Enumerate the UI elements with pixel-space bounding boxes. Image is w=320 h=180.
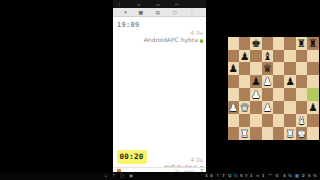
tray-icon[interactable]: ™ <box>268 174 272 178</box>
black-pawn: ♟ <box>250 75 261 88</box>
overflow-dots-icon: ⋮ <box>117 2 122 7</box>
square-a5[interactable] <box>228 75 239 88</box>
video-frame: ⋮▱▭↩ ▾■▤○⋮ 19:09 4 0s AndroidAPC hybra ♚… <box>0 0 320 180</box>
online-dot-icon <box>200 39 204 43</box>
square-c7[interactable] <box>250 50 261 63</box>
square-e6[interactable] <box>273 62 284 75</box>
square-g7[interactable] <box>296 50 307 63</box>
square-h6[interactable] <box>307 62 318 75</box>
chess-board[interactable]: ♚♜♜♟♝♟♛♟♟♟♟♟♛♟♟♝♜♜♚ <box>228 37 319 140</box>
taskbar-left-icons: ↓↑▢▣ <box>104 173 134 179</box>
back-arrow-icon: ↩ <box>175 2 179 7</box>
taskbar-glyph-icon: ▢ <box>120 174 124 178</box>
square-c1[interactable] <box>250 127 261 140</box>
square-f4[interactable] <box>284 88 295 101</box>
square-a6[interactable]: ♟ <box>228 62 239 75</box>
black-pawn: ♟ <box>284 75 295 88</box>
square-f6[interactable] <box>284 62 295 75</box>
square-a1[interactable] <box>228 127 239 140</box>
square-h3[interactable]: ♟ <box>307 101 318 114</box>
square-c2[interactable] <box>250 114 261 127</box>
white-queen: ♛ <box>239 101 250 114</box>
android-status-bar: ⋮▱▭↩ <box>113 0 206 8</box>
square-g6[interactable] <box>296 62 307 75</box>
tray-icon[interactable]: 7 <box>222 174 225 178</box>
square-c4[interactable]: ♟ <box>250 88 261 101</box>
square-g5[interactable] <box>296 75 307 88</box>
square-f1[interactable]: ♜ <box>284 127 295 140</box>
white-king: ♚ <box>296 127 307 140</box>
white-pawn: ♟ <box>262 101 273 114</box>
tray-icon[interactable]: © <box>275 174 279 178</box>
white-pawn: ♟ <box>228 101 239 114</box>
square-a2[interactable] <box>228 114 239 127</box>
tray-icon[interactable]: 1 <box>250 174 253 178</box>
square-b2[interactable] <box>239 114 250 127</box>
square-c8[interactable]: ♚ <box>250 37 261 50</box>
square-c3[interactable] <box>250 101 261 114</box>
square-b1[interactable]: ♜ <box>239 127 250 140</box>
square-e1[interactable] <box>273 127 284 140</box>
square-d8[interactable] <box>262 37 273 50</box>
toolbar-button-5[interactable]: ⋮ <box>189 10 194 15</box>
square-f5[interactable]: ♟ <box>284 75 295 88</box>
square-d2[interactable] <box>262 114 273 127</box>
square-e4[interactable] <box>273 88 284 101</box>
opponent-name: AndroidAPC hybra <box>144 36 198 43</box>
square-d1[interactable] <box>262 127 273 140</box>
tray-icon[interactable]: ■ <box>295 174 299 178</box>
black-pawn: ♟ <box>239 50 250 63</box>
square-f3[interactable] <box>284 101 295 114</box>
desktop-taskbar: ↓↑▢▣ 44↑7QQ5Y1±1™©4%■25%16 <box>0 172 320 180</box>
square-e8[interactable] <box>273 37 284 50</box>
square-g3[interactable] <box>296 101 307 114</box>
system-tray: 44↑7QQ5Y1±1™©4%■25%16 <box>205 173 318 179</box>
tray-icon[interactable]: 4 <box>210 174 213 178</box>
square-d4[interactable] <box>262 88 273 101</box>
toolbar-button-4[interactable]: ○ <box>173 10 177 15</box>
toolbar-button-3[interactable]: ▤ <box>156 10 161 15</box>
square-a7[interactable] <box>228 50 239 63</box>
square-e2[interactable] <box>273 114 284 127</box>
square-g4[interactable] <box>296 88 307 101</box>
white-pawn: ♟ <box>262 75 273 88</box>
square-c6[interactable] <box>250 62 261 75</box>
cast-icon: ▱ <box>137 2 140 7</box>
black-queen: ♛ <box>262 62 273 75</box>
white-rook: ♜ <box>239 127 250 140</box>
black-pawn: ♟ <box>307 101 318 114</box>
black-pawn: ♟ <box>228 62 239 75</box>
white-bishop: ♝ <box>296 114 307 127</box>
square-h8[interactable]: ♜ <box>307 37 318 50</box>
square-h5[interactable] <box>307 75 318 88</box>
taskbar-glyph-icon: ↑ <box>112 174 116 178</box>
tray-icon[interactable]: ± <box>256 174 260 178</box>
tray-icon[interactable]: Y <box>245 174 248 178</box>
tray-icon[interactable]: 1 <box>262 174 265 178</box>
phone-screen: ⋮▱▭↩ ▾■▤○⋮ 19:09 4 0s AndroidAPC hybra ♚… <box>113 0 206 172</box>
square-f7[interactable] <box>284 50 295 63</box>
square-f2[interactable] <box>284 114 295 127</box>
square-b6[interactable] <box>239 62 250 75</box>
taskbar-glyph-icon: ▣ <box>129 174 133 178</box>
toolbar-button-1[interactable]: ▾ <box>125 10 127 15</box>
tray-icon[interactable]: 4 <box>283 174 286 178</box>
square-e7[interactable] <box>273 50 284 63</box>
square-g2[interactable]: ♝ <box>296 114 307 127</box>
taskbar-glyph-icon: ↓ <box>104 174 108 178</box>
battery-icon: ▭ <box>156 2 160 7</box>
square-b3[interactable]: ♛ <box>239 101 250 114</box>
tray-icon[interactable]: 2 <box>302 174 305 178</box>
player-clock-active: 00:20 <box>117 150 147 164</box>
tray-icon[interactable]: 4 <box>205 174 208 178</box>
square-e3[interactable] <box>273 101 284 114</box>
square-b4[interactable] <box>239 88 250 101</box>
white-rook: ♜ <box>284 127 295 140</box>
tray-icon[interactable]: % <box>288 174 292 178</box>
toolbar-button-2[interactable]: ■ <box>139 10 144 15</box>
square-d5[interactable]: ♟ <box>262 75 273 88</box>
square-b7[interactable]: ♟ <box>239 50 250 63</box>
square-h1[interactable] <box>307 127 318 140</box>
opponent-clock: 19:09 <box>117 21 140 29</box>
app-toolbar: ▾■▤○⋮ <box>113 8 206 17</box>
square-b5[interactable] <box>239 75 250 88</box>
opponent-name-row: AndroidAPC hybra <box>144 27 203 46</box>
square-d7[interactable]: ♝ <box>262 50 273 63</box>
square-a4[interactable] <box>228 88 239 101</box>
square-g1[interactable]: ♚ <box>296 127 307 140</box>
square-c5[interactable]: ♟ <box>250 75 261 88</box>
black-rook: ♜ <box>296 37 307 50</box>
tray-icon[interactable]: % <box>313 174 317 178</box>
square-h7[interactable] <box>307 50 318 63</box>
square-h2[interactable] <box>307 114 318 127</box>
tray-icon[interactable]: ↑ <box>216 174 220 178</box>
square-a3[interactable]: ♟ <box>228 101 239 114</box>
tray-icon[interactable]: 5 <box>240 174 243 178</box>
square-g8[interactable]: ♜ <box>296 37 307 50</box>
black-bishop: ♝ <box>262 50 273 63</box>
white-pawn: ♟ <box>250 88 261 101</box>
square-h4[interactable] <box>307 88 318 101</box>
square-d3[interactable]: ♟ <box>262 101 273 114</box>
square-b8[interactable] <box>239 37 250 50</box>
tray-icon[interactable]: 5 <box>308 174 311 178</box>
square-e5[interactable] <box>273 75 284 88</box>
square-f8[interactable] <box>284 37 295 50</box>
black-rook: ♜ <box>307 37 318 50</box>
square-d6[interactable]: ♛ <box>262 62 273 75</box>
black-king: ♚ <box>250 37 261 50</box>
tray-icon[interactable]: Q <box>228 174 231 178</box>
square-a8[interactable] <box>228 37 239 50</box>
tray-icon[interactable]: Q <box>234 174 237 178</box>
